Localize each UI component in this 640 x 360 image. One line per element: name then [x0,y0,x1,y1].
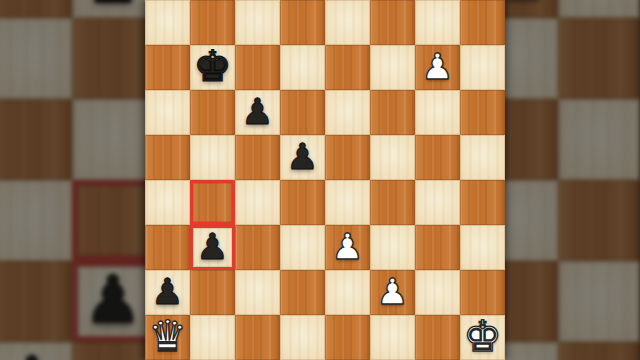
square-g1[interactable] [415,315,460,360]
square-e6[interactable] [325,90,370,135]
bg-square-a7 [0,0,72,18]
square-b5[interactable] [190,135,235,180]
square-f7[interactable] [370,45,415,90]
square-h2[interactable] [460,270,505,315]
black-pawn-icon[interactable]: ♟ [145,270,190,315]
square-d8[interactable] [280,0,325,45]
white-pawn-icon[interactable]: ♟ [325,225,370,270]
square-b7[interactable]: ♚ [190,45,235,90]
square-g7[interactable]: ♟ [415,45,460,90]
square-g6[interactable] [415,90,460,135]
square-d7[interactable] [280,45,325,90]
square-e7[interactable] [325,45,370,90]
black-pawn-icon[interactable]: ♟ [190,225,235,270]
square-c2[interactable] [235,270,280,315]
bg-square-b5 [72,99,153,180]
bg-square-b2 [72,342,153,360]
square-g4[interactable] [415,180,460,225]
square-d3[interactable] [280,225,325,270]
square-b6[interactable] [190,90,235,135]
bg-square-h7 [558,0,639,18]
square-f6[interactable] [370,90,415,135]
square-a5[interactable] [145,135,190,180]
bg-square-b4 [72,180,153,261]
square-h7[interactable] [460,45,505,90]
square-g3[interactable] [415,225,460,270]
bg-square-a5 [0,99,72,180]
square-e8[interactable] [325,0,370,45]
square-g2[interactable] [415,270,460,315]
white-pawn-icon[interactable]: ♟ [415,45,460,90]
bg-square-a2: ♟ [0,342,72,360]
square-h1[interactable]: ♚ [460,315,505,360]
square-a8[interactable] [145,0,190,45]
bg-square-b7: ♚ [72,0,153,18]
bg-square-h4 [558,180,639,261]
square-h5[interactable] [460,135,505,180]
black-pawn-icon: ♟ [0,342,72,360]
black-pawn-icon[interactable]: ♟ [280,135,325,180]
square-a4[interactable] [145,180,190,225]
square-a7[interactable] [145,45,190,90]
square-g8[interactable] [415,0,460,45]
square-e3[interactable]: ♟ [325,225,370,270]
bg-square-h2 [558,342,639,360]
square-f4[interactable] [370,180,415,225]
square-b2[interactable] [190,270,235,315]
square-f2[interactable]: ♟ [370,270,415,315]
square-d1[interactable] [280,315,325,360]
square-c7[interactable] [235,45,280,90]
square-c8[interactable] [235,0,280,45]
square-h3[interactable] [460,225,505,270]
square-c6[interactable]: ♟ [235,90,280,135]
bg-square-h6 [558,18,639,99]
white-queen-icon[interactable]: ♛ [145,315,190,360]
square-g5[interactable] [415,135,460,180]
square-e1[interactable] [325,315,370,360]
square-e4[interactable] [325,180,370,225]
square-a1[interactable]: ♛ [145,315,190,360]
square-c1[interactable] [235,315,280,360]
white-king-icon[interactable]: ♚ [460,315,505,360]
square-d6[interactable] [280,90,325,135]
bg-square-b3: ♟ [72,261,153,342]
square-a3[interactable] [145,225,190,270]
square-b3[interactable]: ♟ [190,225,235,270]
chess-board: ♚♟♟♟♟♟♟♟♛♚ [145,0,505,360]
square-f3[interactable] [370,225,415,270]
square-c5[interactable] [235,135,280,180]
square-b1[interactable] [190,315,235,360]
bg-square-a4 [0,180,72,261]
square-e2[interactable] [325,270,370,315]
square-a2[interactable]: ♟ [145,270,190,315]
square-c3[interactable] [235,225,280,270]
square-c4[interactable] [235,180,280,225]
square-d2[interactable] [280,270,325,315]
square-d5[interactable]: ♟ [280,135,325,180]
square-d4[interactable] [280,180,325,225]
square-b4[interactable] [190,180,235,225]
square-h4[interactable] [460,180,505,225]
video-frame: ♚♟♟♟♟♟♟♟♛♚ ♚♟♟♟♟♟♟♟♛♚ [0,0,640,360]
bg-square-h5 [558,99,639,180]
square-f8[interactable] [370,0,415,45]
square-h6[interactable] [460,90,505,135]
black-king-icon[interactable]: ♚ [190,45,235,90]
square-a6[interactable] [145,90,190,135]
square-b8[interactable] [190,0,235,45]
bg-square-a6 [0,18,72,99]
black-king-icon: ♚ [72,0,153,18]
white-pawn-icon[interactable]: ♟ [370,270,415,315]
bg-square-a3 [0,261,72,342]
square-h8[interactable] [460,0,505,45]
square-e5[interactable] [325,135,370,180]
black-pawn-icon: ♟ [72,261,153,342]
bg-square-h3 [558,261,639,342]
square-f1[interactable] [370,315,415,360]
bg-square-b6 [72,18,153,99]
black-pawn-icon[interactable]: ♟ [235,90,280,135]
square-f5[interactable] [370,135,415,180]
